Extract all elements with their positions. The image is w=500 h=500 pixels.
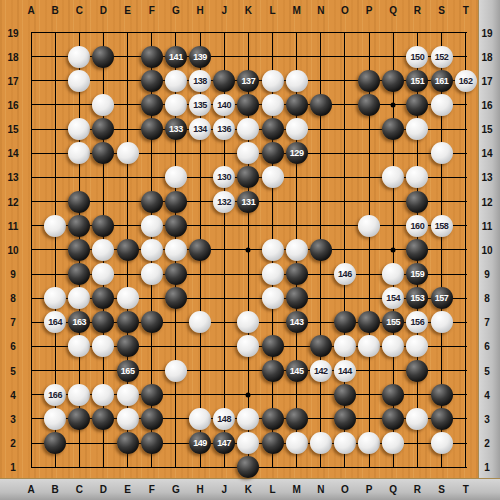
- white-stone[interactable]: 142: [310, 360, 332, 382]
- black-stone[interactable]: [92, 215, 114, 237]
- black-stone[interactable]: [358, 311, 380, 333]
- star-point: [246, 392, 251, 397]
- coordinate-label-right: 11: [482, 220, 493, 231]
- black-stone[interactable]: [117, 239, 139, 261]
- black-stone[interactable]: [92, 311, 114, 333]
- black-stone[interactable]: [262, 408, 284, 430]
- white-stone[interactable]: [358, 335, 380, 357]
- white-stone[interactable]: [165, 360, 187, 382]
- coordinate-label-right: 8: [484, 293, 490, 304]
- coordinate-label-bottom: J: [221, 484, 227, 495]
- black-stone[interactable]: 133: [165, 118, 187, 140]
- black-stone[interactable]: [262, 335, 284, 357]
- black-stone[interactable]: 165: [117, 360, 139, 382]
- coordinate-label-bottom: G: [172, 484, 180, 495]
- white-stone[interactable]: [262, 287, 284, 309]
- white-stone[interactable]: [141, 239, 163, 261]
- white-stone[interactable]: [165, 166, 187, 188]
- white-stone[interactable]: [237, 432, 259, 454]
- black-stone[interactable]: [141, 70, 163, 92]
- black-stone[interactable]: [431, 384, 453, 406]
- black-stone[interactable]: [117, 432, 139, 454]
- black-stone[interactable]: [68, 263, 90, 285]
- black-stone[interactable]: [92, 408, 114, 430]
- coordinate-label-right: 12: [481, 196, 492, 207]
- coordinate-label-bottom: R: [414, 484, 421, 495]
- white-stone[interactable]: [237, 335, 259, 357]
- white-stone[interactable]: 144: [334, 360, 356, 382]
- white-stone[interactable]: [141, 263, 163, 285]
- black-stone[interactable]: [286, 408, 308, 430]
- black-stone[interactable]: [92, 142, 114, 164]
- black-stone[interactable]: [286, 94, 308, 116]
- coordinate-label-left: 8: [10, 293, 16, 304]
- black-stone[interactable]: [310, 94, 332, 116]
- black-stone[interactable]: [358, 70, 380, 92]
- white-stone[interactable]: [68, 118, 90, 140]
- coordinate-label-left: 3: [10, 413, 16, 424]
- white-stone[interactable]: 152: [431, 46, 453, 68]
- coordinate-label-bottom: T: [463, 484, 469, 495]
- coordinate-label-top: A: [27, 5, 34, 16]
- black-stone[interactable]: [406, 239, 428, 261]
- coordinate-label-left: 1: [10, 462, 16, 473]
- black-stone[interactable]: [141, 46, 163, 68]
- white-stone[interactable]: 166: [44, 384, 66, 406]
- black-stone[interactable]: [382, 118, 404, 140]
- black-stone[interactable]: 129: [286, 142, 308, 164]
- white-stone[interactable]: [286, 432, 308, 454]
- white-stone[interactable]: [189, 311, 211, 333]
- coordinate-label-left: 17: [7, 75, 18, 86]
- black-stone[interactable]: [237, 166, 259, 188]
- white-stone[interactable]: [431, 142, 453, 164]
- coordinate-label-top: L: [269, 5, 275, 16]
- coordinate-label-right: 9: [484, 269, 490, 280]
- coordinate-label-bottom: H: [196, 484, 203, 495]
- grid-line-horizontal: [31, 370, 467, 371]
- grid-line-vertical: [31, 33, 32, 469]
- white-stone[interactable]: [286, 118, 308, 140]
- coordinate-label-bottom: D: [100, 484, 107, 495]
- coordinate-label-bottom: Q: [389, 484, 397, 495]
- white-stone[interactable]: [68, 142, 90, 164]
- black-stone[interactable]: [237, 94, 259, 116]
- coordinate-label-bottom: B: [52, 484, 59, 495]
- coordinate-label-top: F: [149, 5, 155, 16]
- white-stone[interactable]: [382, 263, 404, 285]
- black-stone[interactable]: [92, 118, 114, 140]
- black-stone[interactable]: 147: [213, 432, 235, 454]
- coordinate-label-top: Q: [389, 5, 397, 16]
- coordinate-label-left: 10: [7, 244, 18, 255]
- coordinate-label-bottom: K: [245, 484, 252, 495]
- white-stone[interactable]: [141, 215, 163, 237]
- white-stone[interactable]: [68, 384, 90, 406]
- black-stone[interactable]: [141, 94, 163, 116]
- coordinate-label-top: S: [438, 5, 445, 16]
- grid-line-vertical: [465, 33, 466, 469]
- coordinate-label-top: J: [221, 5, 227, 16]
- black-stone[interactable]: [334, 384, 356, 406]
- coordinate-label-bottom: C: [76, 484, 83, 495]
- black-stone[interactable]: [334, 408, 356, 430]
- black-stone[interactable]: [382, 70, 404, 92]
- black-stone[interactable]: [68, 239, 90, 261]
- go-board-window: AABBCCDDEEFFGGHHJJKKLLMMNNOOPPQQRRSSTT19…: [0, 0, 500, 500]
- white-stone[interactable]: 164: [44, 311, 66, 333]
- coordinate-label-left: 16: [7, 99, 18, 110]
- black-stone[interactable]: [382, 384, 404, 406]
- star-point: [391, 102, 396, 107]
- coordinate-label-right: 14: [481, 148, 492, 159]
- coordinate-label-left: 15: [7, 124, 18, 135]
- black-stone[interactable]: 131: [237, 191, 259, 213]
- white-stone[interactable]: [406, 118, 428, 140]
- coordinate-label-top: O: [341, 5, 349, 16]
- black-stone[interactable]: [310, 335, 332, 357]
- white-stone[interactable]: 162: [455, 70, 477, 92]
- coordinate-label-left: 6: [10, 341, 16, 352]
- black-stone[interactable]: 143: [286, 311, 308, 333]
- white-stone[interactable]: [237, 142, 259, 164]
- white-stone[interactable]: [237, 118, 259, 140]
- black-stone[interactable]: [286, 287, 308, 309]
- black-stone[interactable]: 161: [431, 70, 453, 92]
- white-stone[interactable]: [165, 94, 187, 116]
- coordinate-label-right: 19: [481, 27, 492, 38]
- coordinate-label-top: N: [317, 5, 324, 16]
- coordinate-label-bottom: O: [341, 484, 349, 495]
- white-stone[interactable]: [431, 94, 453, 116]
- white-stone[interactable]: 140: [213, 94, 235, 116]
- black-stone[interactable]: 137: [237, 70, 259, 92]
- black-stone[interactable]: 145: [286, 360, 308, 382]
- coordinate-label-bottom: N: [317, 484, 324, 495]
- black-stone[interactable]: [141, 384, 163, 406]
- black-stone[interactable]: [334, 311, 356, 333]
- white-stone[interactable]: [310, 432, 332, 454]
- black-stone[interactable]: [117, 335, 139, 357]
- white-stone[interactable]: [68, 287, 90, 309]
- coordinate-label-top: R: [414, 5, 421, 16]
- coordinate-label-left: 9: [10, 269, 16, 280]
- coordinate-label-top: M: [292, 5, 300, 16]
- star-point: [391, 247, 396, 252]
- black-stone[interactable]: [213, 70, 235, 92]
- coordinate-label-right: 6: [484, 341, 490, 352]
- white-stone[interactable]: 146: [334, 263, 356, 285]
- white-stone[interactable]: [262, 70, 284, 92]
- coordinate-label-right: 5: [484, 365, 490, 376]
- white-stone[interactable]: [334, 335, 356, 357]
- coordinate-label-right: 13: [481, 172, 492, 183]
- coordinate-label-top: E: [124, 5, 131, 16]
- black-stone[interactable]: [262, 432, 284, 454]
- black-stone[interactable]: [141, 311, 163, 333]
- white-stone[interactable]: 138: [189, 70, 211, 92]
- coordinate-label-bottom: S: [438, 484, 445, 495]
- white-stone[interactable]: [117, 142, 139, 164]
- white-stone[interactable]: [262, 166, 284, 188]
- black-stone[interactable]: [165, 287, 187, 309]
- coordinate-label-right: 15: [481, 124, 492, 135]
- white-stone[interactable]: 156: [406, 311, 428, 333]
- black-stone[interactable]: [141, 432, 163, 454]
- black-stone[interactable]: [141, 191, 163, 213]
- black-stone[interactable]: [431, 408, 453, 430]
- black-stone[interactable]: [68, 191, 90, 213]
- black-stone[interactable]: [358, 94, 380, 116]
- black-stone[interactable]: 139: [189, 46, 211, 68]
- coordinate-label-right: 18: [481, 51, 492, 62]
- white-stone[interactable]: [68, 70, 90, 92]
- black-stone[interactable]: [262, 118, 284, 140]
- white-stone[interactable]: [406, 166, 428, 188]
- coordinate-label-right: 16: [481, 99, 492, 110]
- black-stone[interactable]: 159: [406, 263, 428, 285]
- black-stone[interactable]: [165, 215, 187, 237]
- coordinate-label-left: 4: [10, 389, 16, 400]
- coordinate-label-left: 13: [7, 172, 18, 183]
- white-stone[interactable]: [431, 432, 453, 454]
- white-stone[interactable]: 132: [213, 191, 235, 213]
- white-stone[interactable]: [286, 70, 308, 92]
- white-stone[interactable]: [92, 263, 114, 285]
- black-stone[interactable]: 163: [68, 311, 90, 333]
- black-stone[interactable]: [68, 215, 90, 237]
- white-stone[interactable]: [334, 432, 356, 454]
- black-stone[interactable]: [141, 118, 163, 140]
- white-stone[interactable]: [92, 335, 114, 357]
- coordinate-label-bottom: M: [292, 484, 300, 495]
- white-stone[interactable]: [189, 408, 211, 430]
- star-point: [246, 247, 251, 252]
- white-stone[interactable]: 158: [431, 215, 453, 237]
- black-stone[interactable]: [382, 408, 404, 430]
- coordinate-label-top: D: [100, 5, 107, 16]
- white-stone[interactable]: 160: [406, 215, 428, 237]
- coordinate-label-left: 12: [7, 196, 18, 207]
- black-stone[interactable]: 141: [165, 46, 187, 68]
- white-stone[interactable]: [262, 94, 284, 116]
- coordinate-label-right: 4: [484, 389, 490, 400]
- coordinate-label-right: 1: [484, 462, 490, 473]
- black-stone[interactable]: [237, 456, 259, 478]
- white-stone[interactable]: 150: [406, 46, 428, 68]
- black-stone[interactable]: [117, 311, 139, 333]
- coordinate-label-top: K: [245, 5, 252, 16]
- coordinate-label-right: 10: [481, 244, 492, 255]
- white-stone[interactable]: [92, 239, 114, 261]
- coordinate-label-bottom: E: [124, 484, 131, 495]
- black-stone[interactable]: 153: [406, 287, 428, 309]
- white-stone[interactable]: [237, 408, 259, 430]
- white-stone[interactable]: [358, 215, 380, 237]
- white-stone[interactable]: 130: [213, 166, 235, 188]
- black-stone[interactable]: [165, 263, 187, 285]
- coordinate-label-right: 17: [481, 75, 492, 86]
- coordinate-label-top: B: [52, 5, 59, 16]
- black-stone[interactable]: [141, 408, 163, 430]
- black-stone[interactable]: [286, 263, 308, 285]
- black-stone[interactable]: 149: [189, 432, 211, 454]
- white-stone[interactable]: [117, 408, 139, 430]
- coordinate-label-top: C: [76, 5, 83, 16]
- white-stone[interactable]: [44, 215, 66, 237]
- white-stone[interactable]: [358, 432, 380, 454]
- black-stone[interactable]: [406, 191, 428, 213]
- white-stone[interactable]: 136: [213, 118, 235, 140]
- white-stone[interactable]: [68, 46, 90, 68]
- coordinate-label-left: 7: [10, 317, 16, 328]
- coordinate-label-bottom: A: [27, 484, 34, 495]
- white-stone[interactable]: [382, 335, 404, 357]
- black-stone[interactable]: [262, 360, 284, 382]
- white-stone[interactable]: 148: [213, 408, 235, 430]
- black-stone[interactable]: [406, 94, 428, 116]
- white-stone[interactable]: [237, 311, 259, 333]
- black-stone[interactable]: [44, 432, 66, 454]
- white-stone[interactable]: [262, 263, 284, 285]
- white-stone[interactable]: [406, 408, 428, 430]
- coordinate-label-left: 14: [7, 148, 18, 159]
- black-stone[interactable]: 151: [406, 70, 428, 92]
- white-stone[interactable]: [44, 287, 66, 309]
- white-stone[interactable]: [92, 94, 114, 116]
- coordinate-label-left: 18: [7, 51, 18, 62]
- coordinate-label-right: 3: [484, 413, 490, 424]
- black-stone[interactable]: [406, 360, 428, 382]
- coordinate-label-bottom: L: [269, 484, 275, 495]
- white-stone[interactable]: [117, 384, 139, 406]
- coordinate-label-top: G: [172, 5, 180, 16]
- black-stone[interactable]: [165, 191, 187, 213]
- coordinate-label-bottom: F: [149, 484, 155, 495]
- coordinate-label-right: 2: [484, 438, 490, 449]
- black-stone[interactable]: [310, 239, 332, 261]
- white-stone[interactable]: [406, 335, 428, 357]
- black-stone[interactable]: 157: [431, 287, 453, 309]
- white-stone[interactable]: [44, 408, 66, 430]
- white-stone[interactable]: [286, 239, 308, 261]
- white-stone[interactable]: 154: [382, 287, 404, 309]
- white-stone[interactable]: [117, 287, 139, 309]
- white-stone[interactable]: [92, 384, 114, 406]
- white-stone[interactable]: [165, 239, 187, 261]
- coordinate-label-bottom: P: [366, 484, 373, 495]
- white-stone[interactable]: 134: [189, 118, 211, 140]
- coordinate-label-top: H: [196, 5, 203, 16]
- coordinate-label-right: 7: [484, 317, 490, 328]
- white-stone[interactable]: [382, 432, 404, 454]
- black-stone[interactable]: [92, 287, 114, 309]
- white-stone[interactable]: [262, 239, 284, 261]
- coordinate-label-left: 19: [7, 27, 18, 38]
- white-stone[interactable]: [165, 70, 187, 92]
- coordinate-label-left: 2: [10, 438, 16, 449]
- black-stone[interactable]: [189, 239, 211, 261]
- black-stone[interactable]: 155: [382, 311, 404, 333]
- coordinate-label-left: 11: [8, 220, 19, 231]
- white-stone[interactable]: [382, 166, 404, 188]
- coordinate-label-top: P: [366, 5, 373, 16]
- white-stone[interactable]: [431, 311, 453, 333]
- coordinate-label-left: 5: [10, 365, 16, 376]
- black-stone[interactable]: [68, 408, 90, 430]
- white-stone[interactable]: [68, 335, 90, 357]
- grid-line-horizontal: [31, 32, 467, 33]
- black-stone[interactable]: [92, 46, 114, 68]
- white-stone[interactable]: 135: [189, 94, 211, 116]
- black-stone[interactable]: [262, 142, 284, 164]
- coordinate-label-top: T: [463, 5, 469, 16]
